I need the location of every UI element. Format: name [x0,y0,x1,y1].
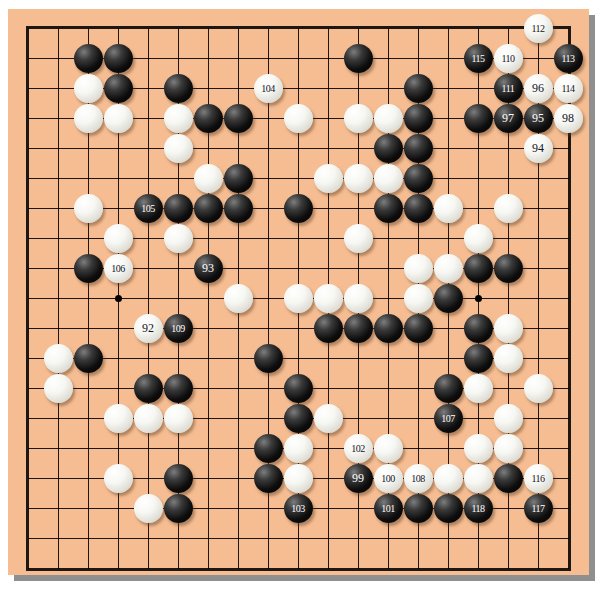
stone-white[interactable] [404,254,433,283]
move-number-label: 106 [111,263,125,274]
stone-white[interactable] [224,284,253,313]
stone-white[interactable] [434,254,463,283]
stone-black[interactable] [344,44,373,73]
stone-white[interactable]: 100 [374,464,403,493]
stone-black[interactable] [404,74,433,103]
move-number-label: 100 [381,473,395,484]
move-number-label: 96 [532,81,544,95]
stone-black[interactable] [404,104,433,133]
stone-black[interactable]: 113 [554,44,583,73]
stone-black[interactable]: 115 [464,44,493,73]
stone-black[interactable] [464,344,493,373]
move-number-label: 99 [352,471,364,485]
stone-white[interactable] [494,434,523,463]
go-board[interactable]: 1121151101131041119611497959894105106939… [8,9,589,575]
stone-black[interactable]: 111 [494,74,523,103]
stone-white[interactable] [74,104,103,133]
stone-white[interactable] [494,344,523,373]
move-number-label: 112 [531,23,544,34]
move-number-label: 94 [532,141,544,155]
stone-black[interactable] [74,254,103,283]
stone-black[interactable] [404,194,433,223]
stone-white[interactable] [104,464,133,493]
board-grid[interactable]: 1121151101131041119611497959894105106939… [28,28,569,569]
stone-black[interactable]: 93 [194,254,223,283]
stone-white[interactable] [434,194,463,223]
move-number-label: 92 [142,321,154,335]
stone-black[interactable]: 103 [284,494,313,523]
move-number-label: 98 [562,111,574,125]
stone-white[interactable] [284,104,313,133]
stone-white[interactable]: 110 [494,44,523,73]
stone-white[interactable] [344,224,373,253]
star-point [115,295,122,302]
stone-black[interactable] [194,104,223,133]
stone-white[interactable]: 98 [554,104,583,133]
stone-black[interactable] [254,464,283,493]
move-number-label: 104 [261,83,275,94]
stone-black[interactable] [194,194,223,223]
stone-white[interactable]: 116 [524,464,553,493]
stone-black[interactable] [404,314,433,343]
star-point [475,295,482,302]
stone-black[interactable] [464,254,493,283]
stone-white[interactable] [464,434,493,463]
move-number-label: 103 [291,503,305,514]
stone-black[interactable] [284,374,313,403]
move-number-label: 93 [202,261,214,275]
move-number-label: 118 [471,503,484,514]
stone-white[interactable]: 104 [254,74,283,103]
stone-black[interactable] [404,134,433,163]
stone-black[interactable] [164,374,193,403]
move-number-label: 117 [531,503,544,514]
move-number-label: 101 [381,503,395,514]
stone-white[interactable] [284,284,313,313]
stone-black[interactable] [494,464,523,493]
stone-white[interactable] [494,314,523,343]
stone-white[interactable] [374,104,403,133]
stone-white[interactable] [374,164,403,193]
stone-white[interactable] [164,404,193,433]
stone-white[interactable] [494,194,523,223]
page: { "game": "go", "board_size": 19, "style… [0,0,600,600]
stone-black[interactable] [434,284,463,313]
stone-black[interactable] [164,194,193,223]
stone-black[interactable] [434,494,463,523]
stone-white[interactable] [284,434,313,463]
stone-white[interactable]: 106 [104,254,133,283]
stone-white[interactable]: 114 [554,74,583,103]
move-number-label: 115 [471,53,484,64]
stone-white[interactable] [344,104,373,133]
move-number-label: 116 [531,473,544,484]
stone-black[interactable]: 107 [434,404,463,433]
move-number-label: 102 [351,443,365,454]
stone-white[interactable] [194,164,223,193]
stone-white[interactable]: 94 [524,134,553,163]
stone-white[interactable] [314,164,343,193]
stone-black[interactable] [224,194,253,223]
stone-white[interactable] [104,404,133,433]
stone-white[interactable] [344,284,373,313]
stone-black[interactable]: 105 [134,194,163,223]
stone-black[interactable] [254,344,283,373]
stone-black[interactable] [404,164,433,193]
stone-white[interactable] [404,284,433,313]
stone-white[interactable] [464,464,493,493]
stone-black[interactable] [494,254,523,283]
stone-black[interactable] [164,464,193,493]
stone-white[interactable] [104,104,133,133]
stone-black[interactable]: 95 [524,104,553,133]
stone-white[interactable] [44,344,73,373]
stone-white[interactable]: 112 [524,14,553,43]
stone-black[interactable]: 117 [524,494,553,523]
stone-white[interactable] [464,374,493,403]
stone-black[interactable] [224,104,253,133]
stone-white[interactable] [164,224,193,253]
stone-white[interactable] [134,404,163,433]
stone-black[interactable] [224,164,253,193]
stone-black[interactable] [314,314,343,343]
stone-white[interactable] [434,464,463,493]
move-number-label: 97 [502,111,514,125]
stone-white[interactable] [74,74,103,103]
stone-black[interactable] [164,74,193,103]
stone-black[interactable] [434,374,463,403]
stone-black[interactable]: 101 [374,494,403,523]
stone-black[interactable] [344,314,373,343]
move-number-label: 107 [441,413,455,424]
stone-black[interactable] [134,374,163,403]
stone-black[interactable] [464,314,493,343]
stone-black[interactable] [104,74,133,103]
stone-white[interactable]: 102 [344,434,373,463]
move-number-label: 108 [411,473,425,484]
stone-white[interactable] [524,374,553,403]
stone-black[interactable] [74,344,103,373]
stone-white[interactable] [164,104,193,133]
move-number-label: 95 [532,111,544,125]
stone-white[interactable]: 108 [404,464,433,493]
stone-white[interactable] [104,224,133,253]
stone-black[interactable] [74,44,103,73]
stone-white[interactable] [314,404,343,433]
stone-white[interactable]: 96 [524,74,553,103]
stone-black[interactable] [374,134,403,163]
stone-white[interactable] [134,494,163,523]
move-number-label: 114 [561,83,574,94]
stone-black[interactable]: 97 [494,104,523,133]
stone-white[interactable] [164,134,193,163]
stone-white[interactable] [494,404,523,433]
stone-black[interactable] [374,194,403,223]
stone-white[interactable] [284,464,313,493]
move-number-label: 110 [501,53,514,64]
stone-black[interactable]: 99 [344,464,373,493]
stone-black[interactable] [404,494,433,523]
stone-black[interactable] [254,434,283,463]
move-number-label: 105 [141,203,155,214]
stone-white[interactable] [344,164,373,193]
stone-white[interactable] [74,194,103,223]
stone-white[interactable] [314,284,343,313]
stone-black[interactable]: 109 [164,314,193,343]
stone-white[interactable] [374,434,403,463]
stone-black[interactable] [104,44,133,73]
stone-white[interactable]: 92 [134,314,163,343]
stone-black[interactable] [374,314,403,343]
move-number-label: 111 [502,83,515,94]
stone-black[interactable] [284,404,313,433]
stone-black[interactable]: 118 [464,494,493,523]
stone-white[interactable] [44,374,73,403]
stone-black[interactable] [164,494,193,523]
stone-black[interactable] [464,104,493,133]
stone-black[interactable] [284,194,313,223]
move-number-label: 109 [171,323,185,334]
move-number-label: 113 [561,53,574,64]
stone-white[interactable] [464,224,493,253]
